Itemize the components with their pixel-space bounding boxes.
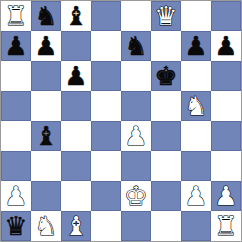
black-pawn-piece: ♟ (64, 61, 87, 91)
square-h7[interactable]: ♟ (211, 31, 241, 61)
square-d8[interactable] (91, 1, 121, 31)
board-area: ♜♞♝♛♟♟♞♟♟♟♚♞♝♟♟♚♟♟♛♞♝♜ (0, 0, 242, 242)
square-g5[interactable]: ♞ (181, 91, 211, 121)
white-pawn-piece: ♟ (184, 181, 207, 211)
square-h5[interactable] (211, 91, 241, 121)
square-g1[interactable] (181, 211, 211, 241)
square-f5[interactable] (151, 91, 181, 121)
square-g8[interactable] (181, 1, 211, 31)
square-a8[interactable]: ♜ (1, 1, 31, 31)
square-c4[interactable] (61, 121, 91, 151)
square-f2[interactable] (151, 181, 181, 211)
square-b6[interactable] (31, 61, 61, 91)
black-pawn-piece: ♟ (34, 31, 57, 61)
square-e6[interactable] (121, 61, 151, 91)
square-a7[interactable]: ♟ (1, 31, 31, 61)
white-king-piece: ♚ (124, 181, 147, 211)
square-f7[interactable] (151, 31, 181, 61)
square-d3[interactable] (91, 151, 121, 181)
square-b3[interactable] (31, 151, 61, 181)
square-b4[interactable]: ♝ (31, 121, 61, 151)
square-f4[interactable] (151, 121, 181, 151)
square-d4[interactable] (91, 121, 121, 151)
square-h3[interactable] (211, 151, 241, 181)
white-knight-piece: ♞ (184, 91, 207, 121)
square-a4[interactable] (1, 121, 31, 151)
square-e4[interactable]: ♟ (121, 121, 151, 151)
square-c2[interactable] (61, 181, 91, 211)
square-d7[interactable] (91, 31, 121, 61)
square-f8[interactable]: ♛ (151, 1, 181, 31)
square-d2[interactable] (91, 181, 121, 211)
square-g3[interactable] (181, 151, 211, 181)
square-b7[interactable]: ♟ (31, 31, 61, 61)
white-pawn-piece: ♟ (214, 181, 237, 211)
square-g7[interactable]: ♟ (181, 31, 211, 61)
white-pawn-piece: ♟ (124, 121, 147, 151)
black-pawn-piece: ♟ (4, 31, 27, 61)
black-knight-piece: ♞ (124, 31, 147, 61)
square-f6[interactable]: ♚ (151, 61, 181, 91)
white-queen-piece: ♛ (154, 1, 177, 31)
white-pawn-piece: ♟ (4, 181, 27, 211)
black-knight-piece: ♞ (34, 1, 57, 31)
square-d6[interactable] (91, 61, 121, 91)
square-b2[interactable] (31, 181, 61, 211)
square-c5[interactable] (61, 91, 91, 121)
square-e1[interactable] (121, 211, 151, 241)
square-h4[interactable] (211, 121, 241, 151)
black-pawn-piece: ♟ (214, 31, 237, 61)
white-bishop-piece: ♝ (64, 211, 87, 241)
square-d1[interactable] (91, 211, 121, 241)
square-a3[interactable] (1, 151, 31, 181)
square-c8[interactable]: ♝ (61, 1, 91, 31)
square-b5[interactable] (31, 91, 61, 121)
square-h2[interactable]: ♟ (211, 181, 241, 211)
square-a5[interactable] (1, 91, 31, 121)
square-e2[interactable]: ♚ (121, 181, 151, 211)
square-a6[interactable] (1, 61, 31, 91)
square-c1[interactable]: ♝ (61, 211, 91, 241)
black-king-piece: ♚ (154, 61, 177, 91)
square-e7[interactable]: ♞ (121, 31, 151, 61)
square-g2[interactable]: ♟ (181, 181, 211, 211)
square-h6[interactable] (211, 61, 241, 91)
square-c6[interactable]: ♟ (61, 61, 91, 91)
square-a2[interactable]: ♟ (1, 181, 31, 211)
chess-board: ♜♞♝♛♟♟♞♟♟♟♚♞♝♟♟♚♟♟♛♞♝♜ (0, 0, 242, 242)
black-bishop-piece: ♝ (64, 1, 87, 31)
white-knight-piece: ♞ (34, 211, 57, 241)
square-c7[interactable] (61, 31, 91, 61)
black-pawn-piece: ♟ (184, 31, 207, 61)
square-a1[interactable]: ♛ (1, 211, 31, 241)
square-c3[interactable] (61, 151, 91, 181)
square-e8[interactable] (121, 1, 151, 31)
square-e5[interactable] (121, 91, 151, 121)
white-rook-piece: ♜ (214, 211, 237, 241)
square-d5[interactable] (91, 91, 121, 121)
square-f3[interactable] (151, 151, 181, 181)
square-b1[interactable]: ♞ (31, 211, 61, 241)
square-g4[interactable] (181, 121, 211, 151)
square-b8[interactable]: ♞ (31, 1, 61, 31)
square-h8[interactable] (211, 1, 241, 31)
square-h1[interactable]: ♜ (211, 211, 241, 241)
square-f1[interactable] (151, 211, 181, 241)
white-rook-piece: ♜ (4, 1, 27, 31)
black-bishop-piece: ♝ (34, 121, 57, 151)
square-g6[interactable] (181, 61, 211, 91)
black-queen-piece: ♛ (4, 211, 27, 241)
square-e3[interactable] (121, 151, 151, 181)
